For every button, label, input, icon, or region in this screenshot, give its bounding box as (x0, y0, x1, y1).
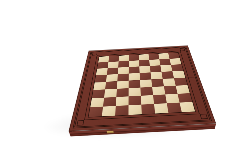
corner-motif (92, 53, 97, 56)
piece-glyph: ♜ (81, 95, 101, 118)
product-photo: ♜♞♝♛♚♝♞♜♟♟♟♟♟♟♟♟♟♟♟♟♟♟♟♟♜♞♝♛♚♝♞♜ (0, 0, 240, 150)
brass-latch (107, 131, 114, 134)
corner-motif (180, 48, 185, 51)
chess-board: ♜♞♝♛♚♝♞♜♟♟♟♟♟♟♟♟♟♟♟♟♟♟♟♟♜♞♝♛♚♝♞♜ (69, 46, 217, 132)
piece-glyph: ♝ (151, 87, 175, 114)
perspective-wrapper: ♜♞♝♛♚♝♞♜♟♟♟♟♟♟♟♟♟♟♟♟♟♟♟♟♜♞♝♛♚♝♞♜ (78, 18, 203, 143)
